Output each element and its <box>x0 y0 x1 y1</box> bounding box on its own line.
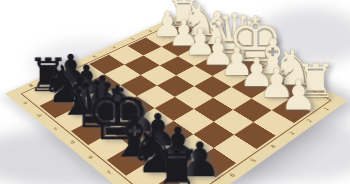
board-grid: ♜♟♟♜♞♟♟♞♝♟♟♝♛♟♟♛♚♟♟♚♝♟♟♝♞♟♟♞♜♟♟♜ <box>25 22 327 184</box>
black-rook-h8[interactable]: ♜ <box>143 145 210 184</box>
chess-board: abcdefgh abcdefgh 87654321 87654321 ♜♟♟♜… <box>5 14 347 184</box>
coordinate-label: b <box>36 113 43 118</box>
coordinate-label: e <box>86 154 93 159</box>
photo-background: abcdefgh abcdefgh 87654321 87654321 ♜♟♟♜… <box>0 0 350 184</box>
coordinate-label: 4 <box>269 144 277 149</box>
board-inner-frame: ♜♟♟♜♞♟♟♞♝♟♟♝♛♟♟♛♚♟♟♚♝♟♟♝♞♟♟♞♜♟♟♜ <box>21 20 332 184</box>
coordinate-label: 3 <box>288 131 296 136</box>
coordinate-label: a <box>21 101 27 105</box>
coordinate-label: c <box>52 126 59 131</box>
coordinate-label: 2 <box>306 119 314 124</box>
coordinate-label: d <box>69 139 76 144</box>
coordinate-label: 5 <box>249 158 257 163</box>
board-square-h8[interactable]: ♜ <box>146 177 192 184</box>
coordinate-label: f <box>106 170 112 175</box>
white-pawn-h2[interactable]: ♟ <box>270 76 327 116</box>
perspective-wrapper: abcdefgh abcdefgh 87654321 87654321 ♜♟♟♜… <box>0 0 350 184</box>
